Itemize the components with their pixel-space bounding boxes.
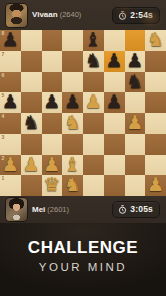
- rank-label-7: 7: [2, 52, 5, 57]
- piece-black-pawn[interactable]: ♟: [43, 93, 60, 112]
- piece-white-pawn[interactable]: ♟: [126, 114, 143, 133]
- square-g4[interactable]: ♟: [125, 113, 146, 134]
- square-c5[interactable]: ♟: [42, 92, 63, 113]
- square-h7[interactable]: [145, 51, 166, 72]
- square-f2[interactable]: [104, 155, 125, 176]
- rank-label-4: 4: [2, 114, 5, 119]
- piece-white-knight[interactable]: ♞: [64, 114, 81, 133]
- app-screen: Vivaan(2640) 2:54s 8♟♝♞7♞♟♟6♞5♟♟♟♟♟4♞♞♟3…: [0, 0, 166, 296]
- square-a8[interactable]: 8♟: [0, 30, 21, 51]
- square-b4[interactable]: ♞: [21, 113, 42, 134]
- square-c3[interactable]: [42, 134, 63, 155]
- piece-black-pawn[interactable]: ♟: [106, 93, 123, 112]
- square-a4[interactable]: 4: [0, 113, 21, 134]
- square-g5[interactable]: [125, 92, 146, 113]
- square-f8[interactable]: [104, 30, 125, 51]
- square-e2[interactable]: [83, 155, 104, 176]
- square-b6[interactable]: [21, 72, 42, 93]
- square-f4[interactable]: [104, 113, 125, 134]
- piece-white-pawn[interactable]: ♟: [43, 155, 60, 174]
- piece-white-pawn[interactable]: ♟: [23, 155, 40, 174]
- square-d6[interactable]: [62, 72, 83, 93]
- square-b7[interactable]: [21, 51, 42, 72]
- square-g1[interactable]: [125, 175, 146, 196]
- square-a1[interactable]: 1: [0, 175, 21, 196]
- square-c4[interactable]: [42, 113, 63, 134]
- stopwatch-icon: [118, 205, 127, 214]
- rank-label-1: 1: [2, 176, 5, 181]
- square-h5[interactable]: [145, 92, 166, 113]
- square-d3[interactable]: [62, 134, 83, 155]
- square-g2[interactable]: [125, 155, 146, 176]
- square-h1[interactable]: ♟: [145, 175, 166, 196]
- square-h3[interactable]: [145, 134, 166, 155]
- rank-label-3: 3: [2, 135, 5, 140]
- promo-banner: CHALLENGE YOUR MIND: [0, 223, 166, 296]
- square-d8[interactable]: [62, 30, 83, 51]
- square-g3[interactable]: [125, 134, 146, 155]
- rank-label-8: 8: [2, 31, 5, 36]
- square-a7[interactable]: 7: [0, 51, 21, 72]
- square-e8[interactable]: ♝: [83, 30, 104, 51]
- piece-white-knight[interactable]: ♞: [64, 176, 81, 195]
- square-f6[interactable]: [104, 72, 125, 93]
- square-h4[interactable]: [145, 113, 166, 134]
- opponent-rating: (2640): [60, 10, 82, 19]
- square-c6[interactable]: [42, 72, 63, 93]
- stopwatch-icon: [118, 11, 127, 20]
- square-c1[interactable]: ♛: [42, 175, 63, 196]
- player-avatar[interactable]: [6, 198, 27, 221]
- square-f5[interactable]: ♟: [104, 92, 125, 113]
- piece-white-pawn[interactable]: ♟: [147, 176, 164, 195]
- piece-white-bishop[interactable]: ♝: [64, 155, 81, 174]
- piece-black-pawn[interactable]: ♟: [2, 93, 19, 112]
- square-a3[interactable]: 3: [0, 134, 21, 155]
- square-g7[interactable]: ♟: [125, 51, 146, 72]
- chess-board: 8♟♝♞7♞♟♟6♞5♟♟♟♟♟4♞♞♟32♟♟♟♝1♛♞♟: [0, 30, 166, 196]
- promo-subtitle: YOUR MIND: [0, 261, 166, 274]
- square-f3[interactable]: [104, 134, 125, 155]
- opponent-clock-time: 2:54s: [130, 11, 153, 20]
- square-f7[interactable]: ♟: [104, 51, 125, 72]
- square-e6[interactable]: [83, 72, 104, 93]
- square-b5[interactable]: [21, 92, 42, 113]
- opponent-clock: 2:54s: [112, 7, 160, 24]
- piece-white-pawn[interactable]: ♟: [85, 93, 102, 112]
- player-clock: 3:05s: [112, 201, 160, 218]
- piece-black-pawn[interactable]: ♟: [126, 51, 143, 70]
- square-e5[interactable]: ♟: [83, 92, 104, 113]
- square-h2[interactable]: [145, 155, 166, 176]
- square-f1[interactable]: [104, 175, 125, 196]
- piece-white-pawn[interactable]: ♟: [2, 155, 19, 174]
- square-g6[interactable]: ♞: [125, 72, 146, 93]
- rank-label-5: 5: [2, 93, 5, 98]
- square-d4[interactable]: ♞: [62, 113, 83, 134]
- piece-black-bishop[interactable]: ♝: [85, 31, 102, 50]
- rank-label-6: 6: [2, 73, 5, 78]
- square-c7[interactable]: [42, 51, 63, 72]
- square-d2[interactable]: ♝: [62, 155, 83, 176]
- square-b8[interactable]: [21, 30, 42, 51]
- rank-label-2: 2: [2, 156, 5, 161]
- square-b1[interactable]: [21, 175, 42, 196]
- player-clock-time: 3:05s: [130, 205, 153, 214]
- square-a5[interactable]: 5♟: [0, 92, 21, 113]
- opponent-avatar[interactable]: [6, 4, 27, 27]
- square-a6[interactable]: 6: [0, 72, 21, 93]
- square-a2[interactable]: 2♟: [0, 155, 21, 176]
- square-e4[interactable]: [83, 113, 104, 134]
- player-name: Mei(2601): [32, 206, 69, 214]
- piece-black-pawn[interactable]: ♟: [106, 51, 123, 70]
- promo-title: CHALLENGE: [0, 239, 166, 258]
- square-b3[interactable]: [21, 134, 42, 155]
- piece-white-queen[interactable]: ♛: [43, 176, 60, 195]
- opponent-bar: Vivaan(2640) 2:54s: [0, 0, 166, 30]
- square-b2[interactable]: ♟: [21, 155, 42, 176]
- square-e7[interactable]: ♞: [83, 51, 104, 72]
- square-d7[interactable]: [62, 51, 83, 72]
- piece-black-knight[interactable]: ♞: [85, 51, 102, 70]
- piece-white-knight[interactable]: ♞: [147, 31, 164, 50]
- square-c2[interactable]: ♟: [42, 155, 63, 176]
- square-c8[interactable]: [42, 30, 63, 51]
- player-rating: (2601): [47, 205, 69, 214]
- opponent-name: Vivaan(2640): [32, 11, 81, 19]
- piece-black-knight[interactable]: ♞: [126, 72, 143, 91]
- square-h8[interactable]: ♞: [145, 30, 166, 51]
- square-h6[interactable]: [145, 72, 166, 93]
- piece-black-pawn[interactable]: ♟: [2, 31, 19, 50]
- square-g8[interactable]: [125, 30, 146, 51]
- player-bar: Mei(2601) 3:05s: [0, 196, 166, 223]
- square-e1[interactable]: [83, 175, 104, 196]
- piece-black-pawn[interactable]: ♟: [64, 93, 81, 112]
- piece-black-knight[interactable]: ♞: [23, 114, 40, 133]
- square-e3[interactable]: [83, 134, 104, 155]
- square-d1[interactable]: ♞: [62, 175, 83, 196]
- square-d5[interactable]: ♟: [62, 92, 83, 113]
